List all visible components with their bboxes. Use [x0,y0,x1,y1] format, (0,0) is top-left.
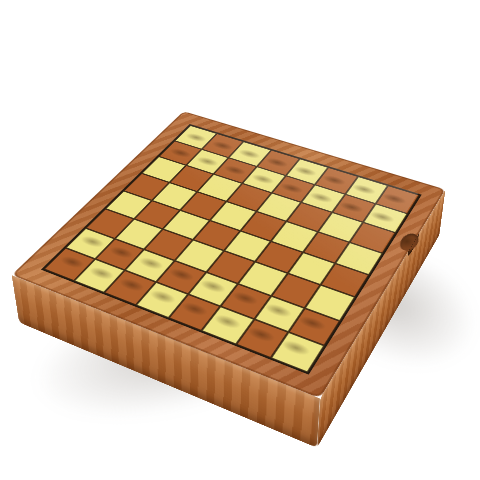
black-pawn-icon: ♟ [171,132,190,154]
white-knight-icon: ♞ [87,242,116,275]
black-pawn-icon: ♟ [253,158,273,180]
white-rook-icon: ♜ [59,233,86,263]
black-pawn-icon: ♟ [311,176,332,199]
black-pawn-icon: ♟ [197,140,217,162]
stage: ♜♞♝♛♚♝♞♜♟♟♟♟♟♟♟♟♟♟♟♟♟♟♟♟♜♞♝♛♚♝♞♜ [0,0,480,480]
white-knight-icon: ♞ [245,301,276,336]
white-bishop-icon: ♝ [211,286,244,323]
wooden-chess-box: ♜♞♝♛♚♝♞♜♟♟♟♟♟♟♟♟♟♟♟♟♟♟♟♟♜♞♝♛♚♝♞♜ [12,111,446,398]
board-top-face: ♜♞♝♛♚♝♞♜♟♟♟♟♟♟♟♟♟♟♟♟♟♟♟♟♜♞♝♛♚♝♞♜ [12,111,446,398]
black-pawn-icon: ♟ [225,149,245,171]
black-pawn-icon: ♟ [341,185,362,208]
black-pawn-icon: ♟ [371,194,392,218]
white-rook-icon: ♜ [281,316,311,349]
white-king-icon: ♚ [174,266,214,311]
black-pawn-icon: ♟ [281,166,301,189]
chess-set-photo: ♜♞♝♛♚♝♞♜♟♟♟♟♟♟♟♟♟♟♟♟♟♟♟♟♜♞♝♛♚♝♞♜ [0,0,480,480]
white-bishop-icon: ♝ [116,251,148,286]
